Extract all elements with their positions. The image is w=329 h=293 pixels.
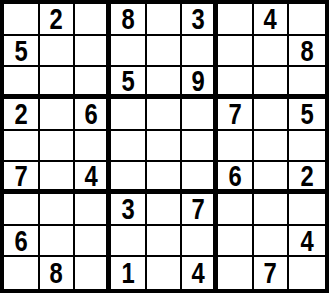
sudoku-cell-r2c7[interactable] xyxy=(218,36,254,68)
cell-digit: 8 xyxy=(301,36,314,66)
sudoku-cell-r9c3[interactable] xyxy=(75,257,111,289)
sudoku-cell-r2c2[interactable] xyxy=(40,36,76,68)
sudoku-cell-r5c6[interactable] xyxy=(182,131,218,163)
sudoku-cell-r9c8[interactable]: 7 xyxy=(254,257,290,289)
sudoku-board: 283458592675746237648147 xyxy=(0,0,329,293)
sudoku-cell-r6c7[interactable]: 6 xyxy=(218,162,254,194)
sudoku-cell-r7c4[interactable]: 3 xyxy=(111,194,147,226)
sudoku-cell-r2c1[interactable]: 5 xyxy=(4,36,40,68)
cell-digit: 2 xyxy=(50,4,63,34)
cell-digit: 5 xyxy=(301,99,314,129)
sudoku-cell-r5c1[interactable] xyxy=(4,131,40,163)
sudoku-cell-r6c8[interactable] xyxy=(254,162,290,194)
cell-digit: 8 xyxy=(121,4,134,34)
sudoku-cell-r6c6[interactable] xyxy=(182,162,218,194)
cell-digit: 7 xyxy=(228,99,241,129)
sudoku-cell-r5c3[interactable] xyxy=(75,131,111,163)
sudoku-cell-r9c6[interactable]: 4 xyxy=(182,257,218,289)
sudoku-cell-r5c9[interactable] xyxy=(289,131,325,163)
sudoku-cell-r4c8[interactable] xyxy=(254,99,290,131)
cell-digit: 8 xyxy=(50,258,63,288)
sudoku-cell-r5c5[interactable] xyxy=(147,131,183,163)
sudoku-cell-r9c9[interactable] xyxy=(289,257,325,289)
sudoku-cell-r6c5[interactable] xyxy=(147,162,183,194)
sudoku-cell-r4c6[interactable] xyxy=(182,99,218,131)
sudoku-cell-r7c6[interactable]: 7 xyxy=(182,194,218,226)
sudoku-cell-r8c5[interactable] xyxy=(147,226,183,258)
sudoku-cell-r9c4[interactable]: 1 xyxy=(111,257,147,289)
cell-digit: 2 xyxy=(14,99,27,129)
sudoku-cell-r7c5[interactable] xyxy=(147,194,183,226)
sudoku-cell-r2c4[interactable] xyxy=(111,36,147,68)
sudoku-cell-r4c2[interactable] xyxy=(40,99,76,131)
sudoku-cell-r5c7[interactable] xyxy=(218,131,254,163)
sudoku-cell-r8c3[interactable] xyxy=(75,226,111,258)
sudoku-cell-r6c1[interactable]: 7 xyxy=(4,162,40,194)
sudoku-cell-r5c4[interactable] xyxy=(111,131,147,163)
sudoku-cell-r1c7[interactable] xyxy=(218,4,254,36)
cell-digit: 4 xyxy=(191,258,204,288)
sudoku-cell-r7c1[interactable] xyxy=(4,194,40,226)
sudoku-cell-r5c8[interactable] xyxy=(254,131,290,163)
sudoku-cell-r8c7[interactable] xyxy=(218,226,254,258)
sudoku-cell-r7c9[interactable] xyxy=(289,194,325,226)
sudoku-cell-r3c8[interactable] xyxy=(254,67,290,99)
sudoku-cell-r3c2[interactable] xyxy=(40,67,76,99)
sudoku-cell-r2c8[interactable] xyxy=(254,36,290,68)
sudoku-cell-r7c3[interactable] xyxy=(75,194,111,226)
sudoku-cell-r6c2[interactable] xyxy=(40,162,76,194)
cell-digit: 3 xyxy=(191,4,204,34)
sudoku-cell-r2c5[interactable] xyxy=(147,36,183,68)
sudoku-cell-r6c9[interactable]: 2 xyxy=(289,162,325,194)
sudoku-cell-r3c4[interactable]: 5 xyxy=(111,67,147,99)
sudoku-cell-r2c9[interactable]: 8 xyxy=(289,36,325,68)
sudoku-cell-r2c3[interactable] xyxy=(75,36,111,68)
sudoku-cell-r9c2[interactable]: 8 xyxy=(40,257,76,289)
sudoku-cell-r8c4[interactable] xyxy=(111,226,147,258)
sudoku-cell-r1c9[interactable] xyxy=(289,4,325,36)
sudoku-cell-r1c2[interactable]: 2 xyxy=(40,4,76,36)
sudoku-cell-r8c9[interactable]: 4 xyxy=(289,226,325,258)
sudoku-cell-r1c4[interactable]: 8 xyxy=(111,4,147,36)
sudoku-cell-r9c7[interactable] xyxy=(218,257,254,289)
sudoku-cell-r3c1[interactable] xyxy=(4,67,40,99)
sudoku-cell-r7c7[interactable] xyxy=(218,194,254,226)
sudoku-cell-r3c3[interactable] xyxy=(75,67,111,99)
sudoku-cell-r4c7[interactable]: 7 xyxy=(218,99,254,131)
sudoku-cell-r1c8[interactable]: 4 xyxy=(254,4,290,36)
cell-digit: 4 xyxy=(84,162,97,190)
cell-digit: 2 xyxy=(301,162,314,190)
cell-digit: 5 xyxy=(121,67,134,95)
cell-digit: 9 xyxy=(191,67,204,95)
sudoku-cell-r1c3[interactable] xyxy=(75,4,111,36)
cell-digit: 3 xyxy=(121,194,134,224)
sudoku-cell-r3c9[interactable] xyxy=(289,67,325,99)
sudoku-cell-r6c4[interactable] xyxy=(111,162,147,194)
cell-digit: 7 xyxy=(264,258,277,288)
sudoku-cell-r8c1[interactable]: 6 xyxy=(4,226,40,258)
cell-digit: 7 xyxy=(191,194,204,224)
cell-digit: 6 xyxy=(84,99,97,129)
cell-digit: 4 xyxy=(301,226,314,256)
cell-digit: 4 xyxy=(264,4,277,34)
cell-digit: 1 xyxy=(121,258,134,288)
sudoku-cell-r4c9[interactable]: 5 xyxy=(289,99,325,131)
sudoku-cell-r4c3[interactable]: 6 xyxy=(75,99,111,131)
sudoku-cell-r1c5[interactable] xyxy=(147,4,183,36)
sudoku-cell-r7c2[interactable] xyxy=(40,194,76,226)
sudoku-cell-r8c6[interactable] xyxy=(182,226,218,258)
sudoku-cell-r4c4[interactable] xyxy=(111,99,147,131)
sudoku-cell-r2c6[interactable] xyxy=(182,36,218,68)
sudoku-cell-r8c2[interactable] xyxy=(40,226,76,258)
sudoku-cell-r7c8[interactable] xyxy=(254,194,290,226)
sudoku-cell-r1c1[interactable] xyxy=(4,4,40,36)
sudoku-cell-r6c3[interactable]: 4 xyxy=(75,162,111,194)
sudoku-cell-r3c5[interactable] xyxy=(147,67,183,99)
sudoku-cell-r9c1[interactable] xyxy=(4,257,40,289)
sudoku-cell-r9c5[interactable] xyxy=(147,257,183,289)
cell-digit: 7 xyxy=(14,162,27,190)
sudoku-cell-r8c8[interactable] xyxy=(254,226,290,258)
sudoku-cell-r1c6[interactable]: 3 xyxy=(182,4,218,36)
sudoku-cell-r3c7[interactable] xyxy=(218,67,254,99)
sudoku-cell-r4c5[interactable] xyxy=(147,99,183,131)
sudoku-cell-r5c2[interactable] xyxy=(40,131,76,163)
cell-digit: 5 xyxy=(14,36,27,66)
sudoku-cell-r3c6[interactable]: 9 xyxy=(182,67,218,99)
sudoku-cell-r4c1[interactable]: 2 xyxy=(4,99,40,131)
cell-digit: 6 xyxy=(14,226,27,256)
cell-digit: 6 xyxy=(228,162,241,190)
